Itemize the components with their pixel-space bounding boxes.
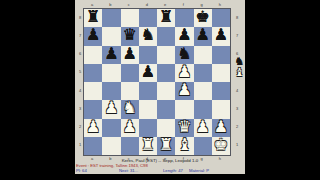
black-pawn-h7[interactable]: ♟ bbox=[214, 27, 228, 43]
square-e1[interactable]: ♜ bbox=[157, 137, 175, 155]
square-g4[interactable] bbox=[194, 82, 212, 100]
square-e7[interactable] bbox=[157, 27, 175, 45]
black-pawn-b6[interactable]: ♟ bbox=[104, 46, 118, 62]
rank-label-3: 3 bbox=[78, 99, 82, 117]
material-tray: ♞♝ bbox=[234, 56, 245, 78]
black-rook-a8[interactable]: ♜ bbox=[86, 9, 100, 25]
chess-board[interactable]: ♜♜♚♟♛♞♟♟♟♟♟♞♟♟♟♟♞♟♟♛♟♟♜♜♝♚ bbox=[83, 8, 231, 156]
square-a5[interactable] bbox=[84, 64, 102, 82]
square-d1[interactable]: ♜ bbox=[139, 137, 157, 155]
next-move: Next: 31... bbox=[119, 168, 138, 173]
file-label-d: d bbox=[138, 2, 156, 7]
square-b3[interactable]: ♟ bbox=[102, 100, 120, 118]
square-h5[interactable] bbox=[212, 64, 230, 82]
square-d5[interactable]: ♟ bbox=[139, 64, 157, 82]
square-d3[interactable] bbox=[139, 100, 157, 118]
square-h4[interactable] bbox=[212, 82, 230, 100]
rank-label-1: 1 bbox=[235, 136, 239, 154]
square-h7[interactable]: ♟ bbox=[212, 27, 230, 45]
rank-label-5: 5 bbox=[78, 63, 82, 81]
square-b2[interactable] bbox=[102, 119, 120, 137]
square-a4[interactable] bbox=[84, 82, 102, 100]
rank-label-2: 2 bbox=[235, 118, 239, 136]
white-pawn-h2[interactable]: ♟ bbox=[214, 119, 228, 135]
square-a2[interactable]: ♟ bbox=[84, 119, 102, 137]
file-label-h: h bbox=[211, 2, 229, 7]
black-pawn-a7[interactable]: ♟ bbox=[86, 27, 100, 43]
square-a6[interactable] bbox=[84, 46, 102, 64]
white-pawn-a2[interactable]: ♟ bbox=[86, 119, 100, 135]
square-a1[interactable] bbox=[84, 137, 102, 155]
square-h6[interactable] bbox=[212, 46, 230, 64]
rank-label-7: 7 bbox=[78, 26, 82, 44]
square-c2[interactable]: ♟ bbox=[121, 119, 139, 137]
rank-label-4: 4 bbox=[235, 81, 239, 99]
square-c1[interactable] bbox=[121, 137, 139, 155]
square-b5[interactable] bbox=[102, 64, 120, 82]
square-e4[interactable] bbox=[157, 82, 175, 100]
square-b6[interactable]: ♟ bbox=[102, 46, 120, 64]
white-pawn-f5[interactable]: ♟ bbox=[177, 64, 191, 80]
square-h1[interactable]: ♚ bbox=[212, 137, 230, 155]
white-pawn-b3[interactable]: ♟ bbox=[104, 100, 118, 116]
white-rook-e1[interactable]: ♜ bbox=[159, 137, 173, 153]
black-pawn-g7[interactable]: ♟ bbox=[195, 27, 209, 43]
black-pawn-c6[interactable]: ♟ bbox=[122, 46, 136, 62]
rank-label-7: 7 bbox=[235, 26, 239, 44]
square-c5[interactable] bbox=[121, 64, 139, 82]
black-rook-e8[interactable]: ♜ bbox=[159, 9, 173, 25]
square-d7[interactable]: ♞ bbox=[139, 27, 157, 45]
square-c6[interactable]: ♟ bbox=[121, 46, 139, 64]
white-pawn-f4[interactable]: ♟ bbox=[177, 82, 191, 98]
rank-label-1: 1 bbox=[78, 136, 82, 154]
white-queen-f2[interactable]: ♛ bbox=[177, 119, 191, 135]
square-g5[interactable] bbox=[194, 64, 212, 82]
rank-label-8: 8 bbox=[235, 8, 239, 26]
black-pawn-f7[interactable]: ♟ bbox=[177, 27, 191, 43]
square-b1[interactable] bbox=[102, 137, 120, 155]
square-a7[interactable]: ♟ bbox=[84, 27, 102, 45]
letterboxed-screenshot: { "game": "chess", "position": "r3r1k1/p… bbox=[0, 0, 320, 180]
square-f4[interactable]: ♟ bbox=[175, 82, 193, 100]
square-e3[interactable] bbox=[157, 100, 175, 118]
white-rook-d1[interactable]: ♜ bbox=[141, 137, 155, 153]
chess-gui-panel: abcdefgh abcdefgh 87654321 87654321 ♜♜♚♟… bbox=[75, 0, 245, 174]
rank-label-3: 3 bbox=[235, 99, 239, 117]
square-g1[interactable] bbox=[194, 137, 212, 155]
black-queen-c7[interactable]: ♛ bbox=[122, 27, 136, 43]
white-knight-c3[interactable]: ♞ bbox=[122, 100, 136, 116]
white-bishop-f1[interactable]: ♝ bbox=[177, 137, 191, 153]
rank-label-2: 2 bbox=[78, 118, 82, 136]
square-e8[interactable]: ♜ bbox=[157, 9, 175, 27]
white-pawn-c2[interactable]: ♟ bbox=[122, 119, 136, 135]
event-line: Event : EST training, Tallinn 1943, C98 bbox=[76, 163, 246, 168]
game-length: Length: 47 bbox=[163, 168, 183, 173]
square-g7[interactable]: ♟ bbox=[194, 27, 212, 45]
square-g6[interactable] bbox=[194, 46, 212, 64]
white-pawn-g2[interactable]: ♟ bbox=[195, 119, 209, 135]
material-balance: Material: P bbox=[189, 168, 209, 173]
square-b8[interactable] bbox=[102, 9, 120, 27]
square-e5[interactable] bbox=[157, 64, 175, 82]
file-label-c: c bbox=[120, 2, 138, 7]
rank-label-8: 8 bbox=[78, 8, 82, 26]
tray-white-bishop-icon: ♝ bbox=[235, 67, 245, 78]
black-pawn-d5[interactable]: ♟ bbox=[141, 64, 155, 80]
ply-count: Pl: 64 bbox=[76, 168, 87, 173]
rank-label-4: 4 bbox=[78, 81, 82, 99]
rank-label-6: 6 bbox=[78, 45, 82, 63]
square-e6[interactable] bbox=[157, 46, 175, 64]
black-king-g8[interactable]: ♚ bbox=[195, 9, 209, 25]
square-f1[interactable]: ♝ bbox=[175, 137, 193, 155]
file-label-b: b bbox=[101, 2, 119, 7]
black-knight-d7[interactable]: ♞ bbox=[141, 27, 155, 43]
file-label-f: f bbox=[174, 2, 192, 7]
square-d4[interactable] bbox=[139, 82, 157, 100]
rank-labels-left: 87654321 bbox=[78, 8, 82, 154]
rank-labels-right: 87654321 bbox=[235, 8, 239, 154]
white-king-h1[interactable]: ♚ bbox=[214, 137, 228, 153]
black-knight-f6[interactable]: ♞ bbox=[177, 46, 191, 62]
square-g2[interactable]: ♟ bbox=[194, 119, 212, 137]
